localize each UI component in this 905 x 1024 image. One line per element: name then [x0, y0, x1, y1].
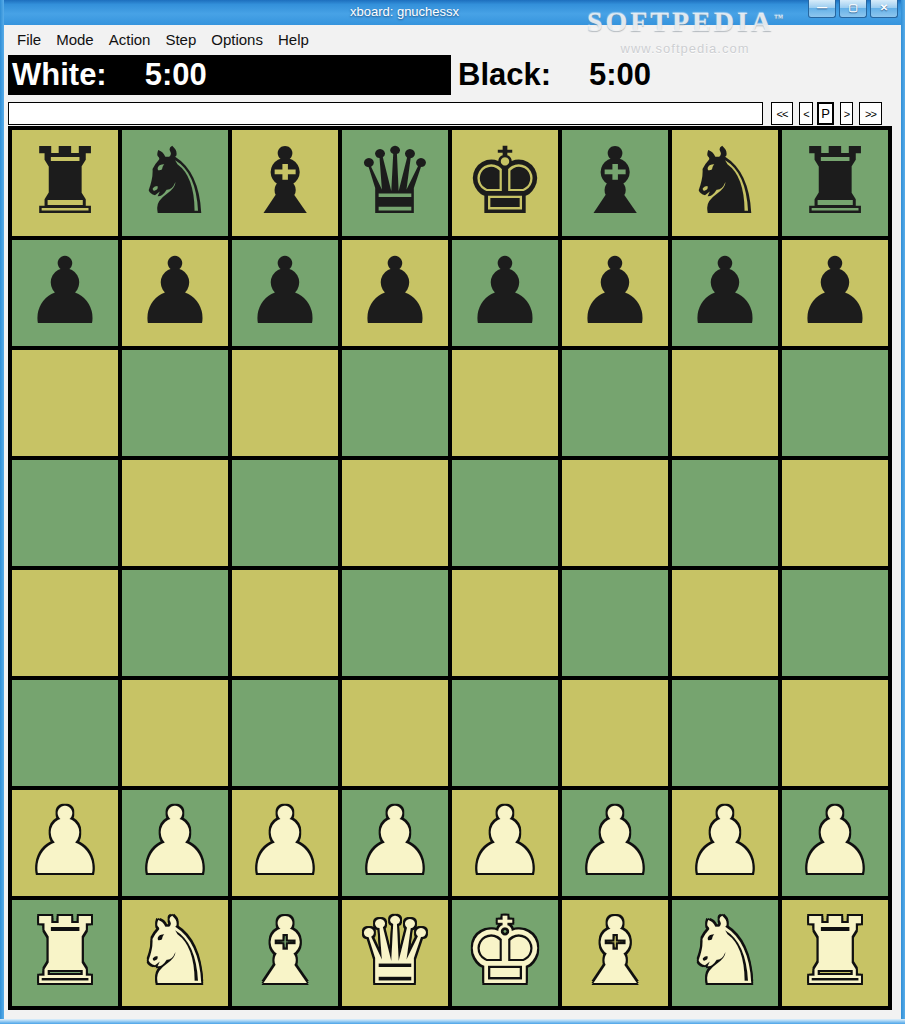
piece-black-pawn[interactable]: ♟ [12, 240, 118, 346]
window-title: xboard: gnuchessx [0, 4, 857, 19]
square-f3[interactable] [562, 680, 668, 786]
piece-black-king[interactable]: ♚ [452, 130, 558, 236]
menubar: File Mode Action Step Options Help [4, 25, 901, 53]
square-g8[interactable]: ♞ [672, 130, 778, 236]
piece-black-pawn[interactable]: ♟ [562, 240, 668, 346]
piece-white-knight[interactable]: ♞ [122, 900, 228, 1006]
square-a1[interactable]: ♜ [12, 900, 118, 1006]
square-e5[interactable] [452, 460, 558, 566]
window-border-bottom [0, 1019, 905, 1024]
piece-black-pawn[interactable]: ♟ [782, 240, 888, 346]
square-f5[interactable] [562, 460, 668, 566]
square-f2[interactable]: ♟ [562, 790, 668, 896]
square-e2[interactable]: ♟ [452, 790, 558, 896]
square-c5[interactable] [232, 460, 338, 566]
window-controls: — ▢ ✕ [808, 0, 898, 18]
black-clock: Black:5:00 [458, 55, 651, 95]
piece-white-pawn[interactable]: ♟ [232, 790, 338, 896]
square-g6[interactable] [672, 350, 778, 456]
piece-white-bishop[interactable]: ♝ [232, 900, 338, 1006]
square-b2[interactable]: ♟ [122, 790, 228, 896]
square-d2[interactable]: ♟ [342, 790, 448, 896]
square-d4[interactable] [342, 570, 448, 676]
square-h3[interactable] [782, 680, 888, 786]
piece-white-pawn[interactable]: ♟ [12, 790, 118, 896]
square-h8[interactable]: ♜ [782, 130, 888, 236]
square-e4[interactable] [452, 570, 558, 676]
square-e1[interactable]: ♚ [452, 900, 558, 1006]
square-f8[interactable]: ♝ [562, 130, 668, 236]
rewind-to-start-button[interactable]: << [771, 102, 793, 125]
piece-white-rook[interactable]: ♜ [782, 900, 888, 1006]
piece-black-knight[interactable]: ♞ [672, 130, 778, 236]
step-back-button[interactable]: < [799, 102, 813, 125]
piece-white-pawn[interactable]: ♟ [782, 790, 888, 896]
square-a6[interactable] [12, 350, 118, 456]
square-c7[interactable]: ♟ [232, 240, 338, 346]
piece-black-pawn[interactable]: ♟ [452, 240, 558, 346]
square-c2[interactable]: ♟ [232, 790, 338, 896]
piece-white-pawn[interactable]: ♟ [672, 790, 778, 896]
square-a5[interactable] [12, 460, 118, 566]
square-g4[interactable] [672, 570, 778, 676]
square-a7[interactable]: ♟ [12, 240, 118, 346]
piece-black-rook[interactable]: ♜ [12, 130, 118, 236]
square-a8[interactable]: ♜ [12, 130, 118, 236]
square-f6[interactable] [562, 350, 668, 456]
square-e8[interactable]: ♚ [452, 130, 558, 236]
titlebar: xboard: gnuchessx — ▢ ✕ [0, 0, 905, 25]
piece-black-pawn[interactable]: ♟ [342, 240, 448, 346]
step-forward-button[interactable]: > [840, 102, 853, 125]
menu-action[interactable]: Action [109, 31, 151, 48]
square-g5[interactable] [672, 460, 778, 566]
piece-black-bishop[interactable]: ♝ [232, 130, 338, 236]
menu-file[interactable]: File [17, 31, 41, 48]
pause-button[interactable]: P [817, 102, 834, 125]
square-f1[interactable]: ♝ [562, 900, 668, 1006]
square-h7[interactable]: ♟ [782, 240, 888, 346]
square-c3[interactable] [232, 680, 338, 786]
square-f4[interactable] [562, 570, 668, 676]
square-c6[interactable] [232, 350, 338, 456]
white-clock-label: White: [12, 57, 107, 92]
piece-white-pawn[interactable]: ♟ [122, 790, 228, 896]
clock-row: White:5:00 Black:5:00 [0, 55, 905, 95]
square-h6[interactable] [782, 350, 888, 456]
square-e7[interactable]: ♟ [452, 240, 558, 346]
square-b8[interactable]: ♞ [122, 130, 228, 236]
control-row: << < P > >> [0, 102, 905, 126]
square-g2[interactable]: ♟ [672, 790, 778, 896]
square-e3[interactable] [452, 680, 558, 786]
square-a3[interactable] [12, 680, 118, 786]
menu-mode[interactable]: Mode [56, 31, 94, 48]
piece-white-queen[interactable]: ♛ [342, 900, 448, 1006]
square-b5[interactable] [122, 460, 228, 566]
square-d7[interactable]: ♟ [342, 240, 448, 346]
piece-black-pawn[interactable]: ♟ [122, 240, 228, 346]
piece-white-pawn[interactable]: ♟ [452, 790, 558, 896]
maximize-button[interactable]: ▢ [839, 0, 867, 18]
square-h1[interactable]: ♜ [782, 900, 888, 1006]
square-h4[interactable] [782, 570, 888, 676]
square-h2[interactable]: ♟ [782, 790, 888, 896]
window-border-left [0, 0, 4, 1024]
black-clock-time: 5:00 [589, 57, 651, 92]
square-h5[interactable] [782, 460, 888, 566]
square-b6[interactable] [122, 350, 228, 456]
square-b3[interactable] [122, 680, 228, 786]
square-c1[interactable]: ♝ [232, 900, 338, 1006]
piece-white-king[interactable]: ♚ [452, 900, 558, 1006]
piece-black-pawn[interactable]: ♟ [672, 240, 778, 346]
piece-white-knight[interactable]: ♞ [672, 900, 778, 1006]
chess-board: ♜♞♝♛♚♝♞♜♟♟♟♟♟♟♟♟♟♟♟♟♟♟♟♟♜♞♝♛♚♝♞♜ [8, 126, 892, 1010]
menu-step[interactable]: Step [165, 31, 196, 48]
menu-help[interactable]: Help [278, 31, 309, 48]
piece-white-bishop[interactable]: ♝ [562, 900, 668, 1006]
square-d1[interactable]: ♛ [342, 900, 448, 1006]
piece-black-queen[interactable]: ♛ [342, 130, 448, 236]
square-g3[interactable] [672, 680, 778, 786]
square-d3[interactable] [342, 680, 448, 786]
white-clock-time: 5:00 [145, 57, 207, 92]
minimize-button[interactable]: — [808, 0, 836, 18]
square-e6[interactable] [452, 350, 558, 456]
piece-black-bishop[interactable]: ♝ [562, 130, 668, 236]
square-d5[interactable] [342, 460, 448, 566]
square-b1[interactable]: ♞ [122, 900, 228, 1006]
black-clock-label: Black: [458, 57, 551, 92]
square-d8[interactable]: ♛ [342, 130, 448, 236]
message-field[interactable] [8, 102, 763, 125]
forward-to-end-button[interactable]: >> [859, 102, 882, 125]
piece-white-pawn[interactable]: ♟ [562, 790, 668, 896]
square-a2[interactable]: ♟ [12, 790, 118, 896]
square-c8[interactable]: ♝ [232, 130, 338, 236]
square-a4[interactable] [12, 570, 118, 676]
piece-black-pawn[interactable]: ♟ [232, 240, 338, 346]
piece-white-pawn[interactable]: ♟ [342, 790, 448, 896]
square-b4[interactable] [122, 570, 228, 676]
window-border-right [901, 0, 905, 1024]
white-clock: White:5:00 [8, 55, 451, 95]
square-g7[interactable]: ♟ [672, 240, 778, 346]
square-f7[interactable]: ♟ [562, 240, 668, 346]
piece-white-rook[interactable]: ♜ [12, 900, 118, 1006]
square-g1[interactable]: ♞ [672, 900, 778, 1006]
menu-options[interactable]: Options [211, 31, 263, 48]
piece-black-knight[interactable]: ♞ [122, 130, 228, 236]
square-d6[interactable] [342, 350, 448, 456]
piece-black-rook[interactable]: ♜ [782, 130, 888, 236]
close-button[interactable]: ✕ [870, 0, 898, 18]
square-c4[interactable] [232, 570, 338, 676]
square-b7[interactable]: ♟ [122, 240, 228, 346]
